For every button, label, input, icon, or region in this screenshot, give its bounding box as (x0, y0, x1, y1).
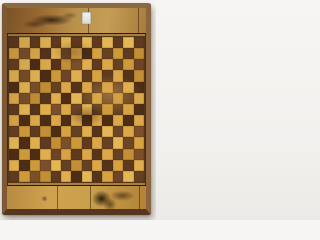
square-dark (61, 137, 71, 148)
square-dark (40, 115, 50, 126)
square-light (51, 93, 61, 104)
square-light (134, 115, 144, 126)
square-light (40, 149, 50, 160)
square-dark (9, 149, 19, 160)
square-light (82, 171, 92, 182)
square-light (9, 93, 19, 104)
square-light (71, 93, 81, 104)
square-light (51, 70, 61, 81)
square-light (92, 70, 102, 81)
square-light (61, 59, 71, 70)
square-dark (9, 82, 19, 93)
label-sticker (82, 12, 91, 24)
square-light (19, 82, 29, 93)
square-light (92, 137, 102, 148)
square-dark (61, 160, 71, 171)
square-dark (61, 93, 71, 104)
square-light (92, 48, 102, 59)
photo-background: { "game": "checkers", "description": "Ov… (0, 0, 156, 220)
square-light (123, 37, 133, 48)
square-dark (134, 149, 144, 160)
square-light (102, 104, 112, 115)
square-light (123, 126, 133, 137)
square-light (30, 137, 40, 148)
square-light (19, 37, 29, 48)
square-dark (102, 115, 112, 126)
square-light (123, 104, 133, 115)
square-light (113, 115, 123, 126)
square-dark (113, 59, 123, 70)
square-dark (51, 59, 61, 70)
square-dark (102, 70, 112, 81)
square-dark (123, 137, 133, 148)
square-light (102, 82, 112, 93)
square-dark (19, 160, 29, 171)
square-dark (134, 171, 144, 182)
square-dark (82, 160, 92, 171)
square-dark (82, 137, 92, 148)
bottom-rail-wood-panel (7, 185, 146, 209)
square-dark (51, 126, 61, 137)
square-dark (71, 104, 81, 115)
square-light (61, 37, 71, 48)
square-light (61, 171, 71, 182)
square-light (113, 93, 123, 104)
square-dark (92, 82, 102, 93)
square-dark (113, 149, 123, 160)
wood-seam (138, 8, 139, 33)
square-dark (134, 37, 144, 48)
square-dark (61, 70, 71, 81)
square-light (61, 104, 71, 115)
wood-seam (90, 186, 91, 209)
square-dark (113, 37, 123, 48)
square-light (71, 160, 81, 171)
square-dark (40, 93, 50, 104)
square-light (61, 126, 71, 137)
square-dark (123, 160, 133, 171)
square-dark (123, 48, 133, 59)
square-dark (40, 137, 50, 148)
square-light (134, 93, 144, 104)
square-dark (92, 37, 102, 48)
square-light (82, 126, 92, 137)
square-light (102, 59, 112, 70)
square-light (40, 104, 50, 115)
square-dark (9, 171, 19, 182)
square-dark (102, 160, 112, 171)
square-light (40, 126, 50, 137)
square-light (123, 149, 133, 160)
square-light (134, 160, 144, 171)
square-dark (71, 149, 81, 160)
square-dark (71, 126, 81, 137)
square-light (92, 160, 102, 171)
square-light (19, 149, 29, 160)
checkered-field (7, 34, 146, 185)
square-dark (19, 115, 29, 126)
square-dark (92, 126, 102, 137)
square-light (40, 37, 50, 48)
square-dark (102, 93, 112, 104)
square-light (40, 59, 50, 70)
square-dark (71, 82, 81, 93)
square-dark (40, 70, 50, 81)
square-dark (82, 115, 92, 126)
square-dark (51, 149, 61, 160)
square-dark (92, 59, 102, 70)
square-light (9, 160, 19, 171)
square-light (19, 59, 29, 70)
square-light (30, 160, 40, 171)
square-light (61, 82, 71, 93)
square-light (51, 137, 61, 148)
square-light (82, 37, 92, 48)
square-dark (19, 48, 29, 59)
square-dark (9, 59, 19, 70)
square-dark (71, 59, 81, 70)
square-light (19, 171, 29, 182)
square-light (102, 126, 112, 137)
square-dark (113, 126, 123, 137)
square-light (113, 137, 123, 148)
square-dark (30, 171, 40, 182)
square-dark (82, 70, 92, 81)
square-dark (134, 126, 144, 137)
square-light (113, 48, 123, 59)
square-dark (19, 70, 29, 81)
square-light (102, 149, 112, 160)
square-dark (134, 104, 144, 115)
square-dark (30, 149, 40, 160)
square-dark (51, 37, 61, 48)
square-dark (9, 126, 19, 137)
square-dark (92, 171, 102, 182)
square-light (9, 70, 19, 81)
square-dark (40, 48, 50, 59)
square-light (82, 104, 92, 115)
square-light (102, 171, 112, 182)
square-light (134, 48, 144, 59)
square-light (82, 149, 92, 160)
square-dark (9, 104, 19, 115)
square-light (123, 59, 133, 70)
checkerboard (2, 3, 151, 215)
square-dark (113, 104, 123, 115)
square-light (61, 149, 71, 160)
square-dark (40, 160, 50, 171)
square-light (9, 115, 19, 126)
square-dark (9, 37, 19, 48)
square-light (9, 137, 19, 148)
square-light (123, 82, 133, 93)
square-dark (19, 137, 29, 148)
square-dark (102, 137, 112, 148)
square-light (71, 70, 81, 81)
wood-seam (139, 186, 140, 209)
top-rail-wood-panel (7, 8, 146, 34)
square-dark (113, 171, 123, 182)
square-light (40, 171, 50, 182)
wood-seam (57, 186, 58, 209)
square-light (82, 59, 92, 70)
square-dark (51, 82, 61, 93)
square-light (102, 37, 112, 48)
square-dark (30, 37, 40, 48)
square-light (51, 48, 61, 59)
square-light (113, 160, 123, 171)
square-dark (30, 126, 40, 137)
square-dark (123, 115, 133, 126)
square-dark (61, 115, 71, 126)
square-dark (30, 59, 40, 70)
square-light (40, 82, 50, 93)
square-light (113, 70, 123, 81)
square-dark (30, 82, 40, 93)
square-dark (92, 149, 102, 160)
square-light (71, 115, 81, 126)
square-light (30, 70, 40, 81)
square-dark (134, 59, 144, 70)
square-light (19, 126, 29, 137)
square-light (30, 93, 40, 104)
square-dark (123, 70, 133, 81)
square-light (30, 48, 40, 59)
square-light (82, 82, 92, 93)
square-dark (51, 171, 61, 182)
square-light (134, 137, 144, 148)
square-dark (30, 104, 40, 115)
square-light (71, 48, 81, 59)
square-dark (19, 93, 29, 104)
square-light (134, 70, 144, 81)
square-light (51, 160, 61, 171)
square-dark (113, 82, 123, 93)
square-light (30, 115, 40, 126)
square-light (9, 48, 19, 59)
square-dark (92, 104, 102, 115)
square-dark (51, 104, 61, 115)
square-dark (71, 171, 81, 182)
board-grid (8, 36, 145, 183)
square-light (92, 115, 102, 126)
square-light (92, 93, 102, 104)
square-dark (82, 48, 92, 59)
square-dark (123, 93, 133, 104)
square-light (51, 115, 61, 126)
square-light (19, 104, 29, 115)
square-light (123, 171, 133, 182)
square-light (71, 137, 81, 148)
square-dark (61, 48, 71, 59)
square-dark (102, 48, 112, 59)
square-dark (71, 37, 81, 48)
square-dark (134, 82, 144, 93)
square-dark (82, 93, 92, 104)
